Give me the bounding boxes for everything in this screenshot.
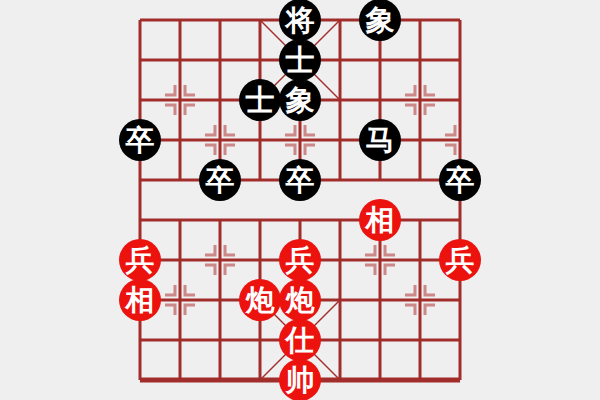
black-general[interactable]: 将 [279, 0, 321, 41]
black-soldier[interactable]: 卒 [119, 119, 161, 161]
red-soldier[interactable]: 兵 [279, 239, 321, 281]
black-advisor[interactable]: 士 [279, 39, 321, 81]
red-advisor[interactable]: 仕 [279, 319, 321, 361]
red-soldier[interactable]: 兵 [439, 239, 481, 281]
red-general[interactable]: 帅 [279, 359, 321, 400]
red-cannon[interactable]: 炮 [239, 279, 281, 321]
black-horse[interactable]: 马 [359, 119, 401, 161]
black-soldier[interactable]: 卒 [199, 159, 241, 201]
red-cannon[interactable]: 炮 [279, 279, 321, 321]
black-advisor[interactable]: 士 [239, 79, 281, 121]
black-elephant[interactable]: 象 [359, 0, 401, 41]
xiangqi-board: 将象士士象卒马卒卒卒相兵兵兵相炮炮仕帅 [0, 0, 600, 400]
black-elephant[interactable]: 象 [279, 79, 321, 121]
black-soldier[interactable]: 卒 [279, 159, 321, 201]
red-soldier[interactable]: 兵 [119, 239, 161, 281]
black-soldier[interactable]: 卒 [439, 159, 481, 201]
board-intersections[interactable]: 将象士士象卒马卒卒卒相兵兵兵相炮炮仕帅 [120, 0, 480, 400]
red-elephant[interactable]: 相 [359, 199, 401, 241]
red-elephant[interactable]: 相 [119, 279, 161, 321]
